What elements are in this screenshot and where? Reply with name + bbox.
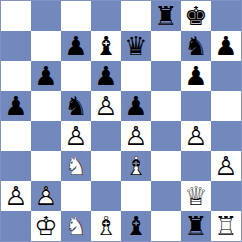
square-d5[interactable]: ♟♙ [91,91,121,121]
square-b2[interactable]: ♟♙ [31,181,61,211]
square-c1[interactable]: ♞♘ [61,211,91,241]
square-b8[interactable] [31,1,61,31]
square-g2[interactable]: ♛♕ [181,181,211,211]
square-c5[interactable]: ♞ [61,91,91,121]
black-rook-icon: ♜ [181,211,211,241]
square-f6[interactable] [151,61,181,91]
square-a7[interactable] [1,31,31,61]
black-bishop-icon: ♝ [121,211,151,241]
square-g1[interactable]: ♜ [181,211,211,241]
black-pawn-icon: ♟ [211,31,241,61]
black-pawn-icon: ♟ [121,91,151,121]
square-e1[interactable]: ♝ [121,211,151,241]
square-h4[interactable] [211,121,241,151]
square-h7[interactable]: ♟ [211,31,241,61]
square-f3[interactable] [151,151,181,181]
square-b5[interactable] [31,91,61,121]
black-pawn-icon: ♟ [61,31,91,61]
white-pawn-icon: ♟♙ [211,151,241,181]
white-king-icon: ♚♔ [31,211,61,241]
square-d2[interactable] [91,181,121,211]
square-a1[interactable] [1,211,31,241]
square-d1[interactable]: ♝♗ [91,211,121,241]
square-c3[interactable]: ♞♘ [61,151,91,181]
square-c4[interactable]: ♟♙ [61,121,91,151]
square-f4[interactable] [151,121,181,151]
square-a8[interactable] [1,1,31,31]
square-c2[interactable] [61,181,91,211]
square-e8[interactable] [121,1,151,31]
white-queen-icon: ♛♕ [181,181,211,211]
square-b3[interactable] [31,151,61,181]
black-king-icon: ♚ [181,1,211,31]
black-pawn-icon: ♟ [31,61,61,91]
square-e4[interactable]: ♟♙ [121,121,151,151]
square-e6[interactable] [121,61,151,91]
square-h3[interactable]: ♟♙ [211,151,241,181]
square-b1[interactable]: ♚♔ [31,211,61,241]
white-bishop-icon: ♝♗ [91,211,121,241]
white-knight-icon: ♞♘ [61,211,91,241]
square-f5[interactable] [151,91,181,121]
white-pawn-icon: ♟♙ [31,181,61,211]
square-a6[interactable] [1,61,31,91]
square-g6[interactable]: ♟ [181,61,211,91]
white-pawn-icon: ♟♙ [181,121,211,151]
square-g3[interactable] [181,151,211,181]
square-f7[interactable] [151,31,181,61]
square-e2[interactable] [121,181,151,211]
square-d7[interactable]: ♝ [91,31,121,61]
white-rook-icon: ♜♖ [211,211,241,241]
black-pawn-icon: ♟ [91,61,121,91]
square-h5[interactable] [211,91,241,121]
square-g4[interactable]: ♟♙ [181,121,211,151]
square-f8[interactable]: ♜ [151,1,181,31]
chess-board: ♜♚♟♝♛♞♟♟♟♟♟♞♟♙♟♟♙♟♙♟♙♞♘♝♗♟♙♟♙♟♙♛♕♚♔♞♘♝♗♝… [0,0,242,242]
square-f2[interactable] [151,181,181,211]
black-queen-icon: ♛ [121,31,151,61]
black-pawn-icon: ♟ [181,61,211,91]
square-h2[interactable] [211,181,241,211]
white-pawn-icon: ♟♙ [121,121,151,151]
square-a2[interactable]: ♟♙ [1,181,31,211]
white-pawn-icon: ♟♙ [91,91,121,121]
square-d3[interactable] [91,151,121,181]
black-pawn-icon: ♟ [1,91,31,121]
square-e5[interactable]: ♟ [121,91,151,121]
black-knight-icon: ♞ [61,91,91,121]
white-knight-icon: ♞♘ [61,151,91,181]
square-b7[interactable] [31,31,61,61]
square-e7[interactable]: ♛ [121,31,151,61]
square-g5[interactable] [181,91,211,121]
white-pawn-icon: ♟♙ [61,121,91,151]
square-c7[interactable]: ♟ [61,31,91,61]
square-e3[interactable]: ♝♗ [121,151,151,181]
white-pawn-icon: ♟♙ [1,181,31,211]
white-bishop-icon: ♝♗ [121,151,151,181]
square-a3[interactable] [1,151,31,181]
black-knight-icon: ♞ [181,31,211,61]
square-b4[interactable] [31,121,61,151]
square-c6[interactable] [61,61,91,91]
black-rook-icon: ♜ [151,1,181,31]
square-d8[interactable] [91,1,121,31]
black-bishop-icon: ♝ [91,31,121,61]
square-f1[interactable] [151,211,181,241]
square-a4[interactable] [1,121,31,151]
square-g7[interactable]: ♞ [181,31,211,61]
square-h1[interactable]: ♜♖ [211,211,241,241]
square-h8[interactable] [211,1,241,31]
square-a5[interactable]: ♟ [1,91,31,121]
square-d6[interactable]: ♟ [91,61,121,91]
square-g8[interactable]: ♚ [181,1,211,31]
square-d4[interactable] [91,121,121,151]
square-c8[interactable] [61,1,91,31]
square-h6[interactable] [211,61,241,91]
square-b6[interactable]: ♟ [31,61,61,91]
